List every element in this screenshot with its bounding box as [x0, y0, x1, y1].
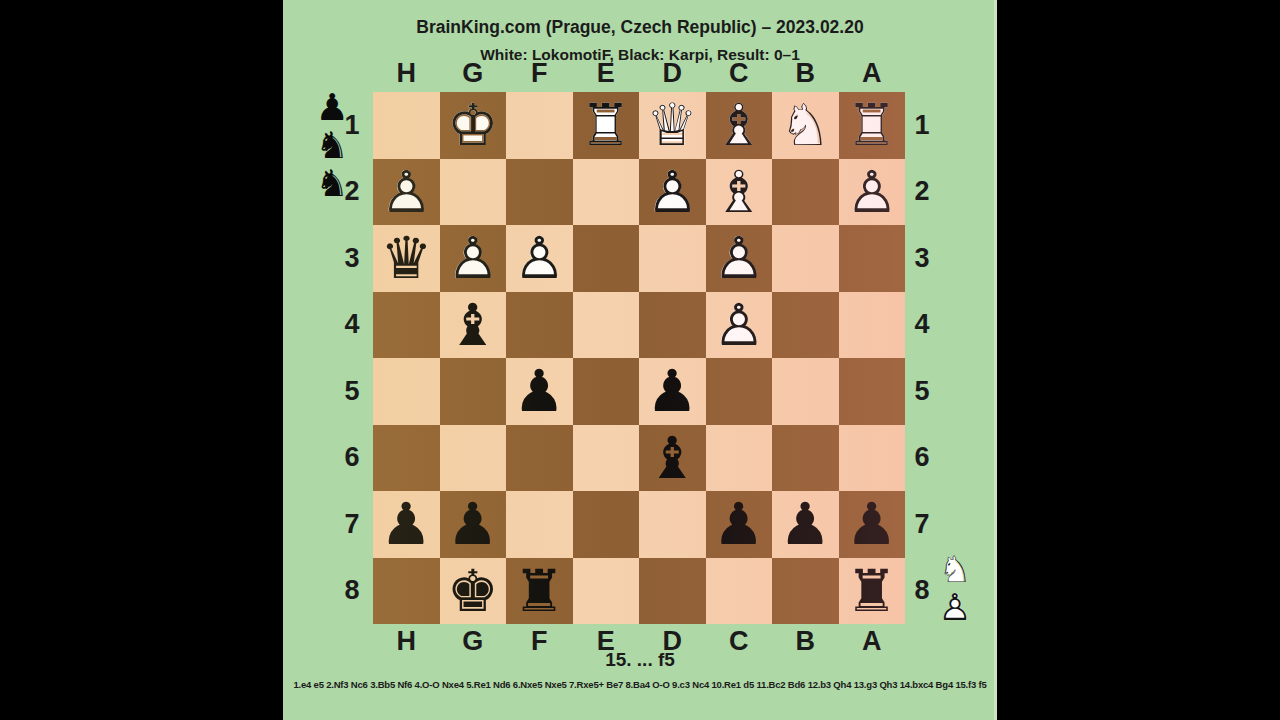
white-rook-piece: ♜♖ [573, 92, 640, 159]
piece-outline-glyph: ♔ [440, 92, 507, 159]
coord-label: C [706, 58, 773, 89]
square-c5[interactable] [706, 358, 773, 425]
square-h6[interactable] [373, 425, 440, 492]
piece-glyph: ♛ [373, 225, 440, 292]
game-view: BrainKing.com (Prague, Czech Republic) –… [283, 0, 997, 720]
white-pawn-piece: ♟♙ [933, 588, 977, 626]
piece-outline-glyph: ♕ [639, 92, 706, 159]
piece-outline-glyph: ♗ [706, 159, 773, 226]
black-knight-piece: ♞ [310, 164, 354, 202]
square-d5[interactable]: ♟ [639, 358, 706, 425]
white-bishop-piece: ♝♗ [706, 159, 773, 226]
black-rook-piece: ♜ [839, 558, 906, 625]
coord-label: 1 [905, 92, 939, 159]
white-bishop-piece: ♝♗ [706, 92, 773, 159]
coord-label: A [839, 58, 906, 89]
square-b1[interactable]: ♞♘ [772, 92, 839, 159]
white-pawn-piece: ♟♙ [706, 225, 773, 292]
square-b4[interactable] [772, 292, 839, 359]
coord-label: H [373, 58, 440, 89]
coord-label: 6 [905, 425, 939, 492]
piece-outline-glyph: ♖ [839, 92, 906, 159]
white-queen-piece: ♛♕ [639, 92, 706, 159]
black-knight-piece: ♞ [310, 126, 354, 164]
square-g6[interactable] [440, 425, 507, 492]
piece-glyph: ♜ [839, 558, 906, 625]
current-move: 15. ... f5 [283, 649, 997, 671]
square-b2[interactable] [772, 159, 839, 226]
square-a7[interactable]: ♟ [839, 491, 906, 558]
square-g5[interactable] [440, 358, 507, 425]
white-pawn-piece: ♟♙ [839, 159, 906, 226]
square-g3[interactable]: ♟♙ [440, 225, 507, 292]
coord-label: 5 [905, 358, 939, 425]
square-f4[interactable] [506, 292, 573, 359]
piece-outline-glyph: ♙ [933, 588, 977, 626]
square-b5[interactable] [772, 358, 839, 425]
coord-label: 2 [905, 159, 939, 226]
square-h4[interactable] [373, 292, 440, 359]
square-h5[interactable] [373, 358, 440, 425]
black-pawn-piece: ♟ [506, 358, 573, 425]
square-e6[interactable] [573, 425, 640, 492]
square-h1[interactable] [373, 92, 440, 159]
coord-label: B [772, 58, 839, 89]
square-a1[interactable]: ♜♖ [839, 92, 906, 159]
square-f1[interactable] [506, 92, 573, 159]
piece-glyph: ♟ [373, 491, 440, 558]
square-a4[interactable] [839, 292, 906, 359]
page-title: BrainKing.com (Prague, Czech Republic) –… [283, 17, 997, 38]
piece-glyph: ♟ [310, 88, 354, 126]
coord-label: 8 [335, 558, 369, 625]
black-rook-piece: ♜ [506, 558, 573, 625]
black-queen-piece: ♛ [373, 225, 440, 292]
square-a3[interactable] [839, 225, 906, 292]
square-d4[interactable] [639, 292, 706, 359]
square-b8[interactable] [772, 558, 839, 625]
piece-outline-glyph: ♙ [706, 292, 773, 359]
square-g7[interactable]: ♟ [440, 491, 507, 558]
white-king-piece: ♚♔ [440, 92, 507, 159]
black-pawn-piece: ♟ [639, 358, 706, 425]
captured-black-pieces-tray: ♟♞♞ [310, 88, 354, 202]
piece-outline-glyph: ♙ [839, 159, 906, 226]
coord-label: G [440, 58, 507, 89]
square-g2[interactable] [440, 159, 507, 226]
square-e5[interactable] [573, 358, 640, 425]
white-rook-piece: ♜♖ [839, 92, 906, 159]
coord-label: E [573, 58, 640, 89]
coord-label: 3 [335, 225, 369, 292]
square-b3[interactable] [772, 225, 839, 292]
black-pawn-piece: ♟ [772, 491, 839, 558]
square-f5[interactable]: ♟ [506, 358, 573, 425]
coord-label: 3 [905, 225, 939, 292]
piece-glyph: ♝ [440, 292, 507, 359]
move-list: 1.e4 e5 2.Nf3 Nc6 3.Bb5 Nf6 4.O-O Nxe4 5… [283, 679, 997, 690]
square-d6[interactable]: ♝ [639, 425, 706, 492]
square-b7[interactable]: ♟ [772, 491, 839, 558]
video-frame: BrainKing.com (Prague, Czech Republic) –… [0, 0, 1280, 720]
white-pawn-piece: ♟♙ [373, 159, 440, 226]
piece-glyph: ♚ [440, 558, 507, 625]
rank-labels-right: 12345678 [905, 92, 939, 624]
piece-glyph: ♟ [706, 491, 773, 558]
square-a6[interactable] [839, 425, 906, 492]
square-g4[interactable]: ♝ [440, 292, 507, 359]
square-e2[interactable] [573, 159, 640, 226]
white-pawn-piece: ♟♙ [706, 292, 773, 359]
piece-outline-glyph: ♖ [573, 92, 640, 159]
white-pawn-piece: ♟♙ [440, 225, 507, 292]
square-e1[interactable]: ♜♖ [573, 92, 640, 159]
square-c6[interactable] [706, 425, 773, 492]
piece-glyph: ♝ [639, 425, 706, 492]
square-h8[interactable] [373, 558, 440, 625]
piece-outline-glyph: ♙ [706, 225, 773, 292]
black-pawn-piece: ♟ [310, 88, 354, 126]
piece-outline-glyph: ♗ [706, 92, 773, 159]
square-h7[interactable]: ♟ [373, 491, 440, 558]
piece-glyph: ♜ [506, 558, 573, 625]
piece-glyph: ♟ [639, 358, 706, 425]
piece-glyph: ♞ [310, 126, 354, 164]
coord-label: F [506, 58, 573, 89]
square-d8[interactable] [639, 558, 706, 625]
square-h3[interactable]: ♛ [373, 225, 440, 292]
coord-label: 7 [335, 491, 369, 558]
white-pawn-piece: ♟♙ [506, 225, 573, 292]
captured-white-pieces-tray: ♞♘♟♙ [933, 550, 977, 626]
piece-outline-glyph: ♙ [639, 159, 706, 226]
square-d2[interactable]: ♟♙ [639, 159, 706, 226]
square-e4[interactable] [573, 292, 640, 359]
piece-glyph: ♟ [772, 491, 839, 558]
black-king-piece: ♚ [440, 558, 507, 625]
piece-glyph: ♞ [310, 164, 354, 202]
square-f3[interactable]: ♟♙ [506, 225, 573, 292]
chess-board: ♚♔♜♖♛♕♝♗♞♘♜♖♟♙♟♙♝♗♟♙♛♟♙♟♙♟♙♝♟♙♟♟♝♟♟♟♟♟♚♜… [373, 92, 905, 624]
coord-label: 7 [905, 491, 939, 558]
square-d7[interactable] [639, 491, 706, 558]
white-knight-piece: ♞♘ [933, 550, 977, 588]
square-g8[interactable]: ♚ [440, 558, 507, 625]
piece-outline-glyph: ♙ [440, 225, 507, 292]
square-g1[interactable]: ♚♔ [440, 92, 507, 159]
square-f8[interactable]: ♜ [506, 558, 573, 625]
square-c2[interactable]: ♝♗ [706, 159, 773, 226]
square-c1[interactable]: ♝♗ [706, 92, 773, 159]
black-pawn-piece: ♟ [839, 491, 906, 558]
square-a2[interactable]: ♟♙ [839, 159, 906, 226]
square-d3[interactable] [639, 225, 706, 292]
square-c7[interactable]: ♟ [706, 491, 773, 558]
piece-outline-glyph: ♘ [772, 92, 839, 159]
square-b6[interactable] [772, 425, 839, 492]
white-knight-piece: ♞♘ [772, 92, 839, 159]
square-e7[interactable] [573, 491, 640, 558]
coord-label: 5 [335, 358, 369, 425]
black-bishop-piece: ♝ [639, 425, 706, 492]
square-f7[interactable] [506, 491, 573, 558]
square-a8[interactable]: ♜ [839, 558, 906, 625]
square-f6[interactable] [506, 425, 573, 492]
piece-outline-glyph: ♙ [373, 159, 440, 226]
black-pawn-piece: ♟ [373, 491, 440, 558]
piece-outline-glyph: ♙ [506, 225, 573, 292]
piece-glyph: ♟ [839, 491, 906, 558]
square-d1[interactable]: ♛♕ [639, 92, 706, 159]
coord-label: 4 [905, 292, 939, 359]
square-c4[interactable]: ♟♙ [706, 292, 773, 359]
white-pawn-piece: ♟♙ [639, 159, 706, 226]
piece-glyph: ♟ [506, 358, 573, 425]
square-e3[interactable] [573, 225, 640, 292]
square-h2[interactable]: ♟♙ [373, 159, 440, 226]
piece-glyph: ♟ [440, 491, 507, 558]
black-bishop-piece: ♝ [440, 292, 507, 359]
square-f2[interactable] [506, 159, 573, 226]
square-a5[interactable] [839, 358, 906, 425]
file-labels-top: HGFEDCBA [373, 58, 905, 88]
square-e8[interactable] [573, 558, 640, 625]
black-pawn-piece: ♟ [706, 491, 773, 558]
piece-outline-glyph: ♘ [933, 550, 977, 588]
coord-label: 6 [335, 425, 369, 492]
square-c8[interactable] [706, 558, 773, 625]
square-c3[interactable]: ♟♙ [706, 225, 773, 292]
coord-label: D [639, 58, 706, 89]
black-pawn-piece: ♟ [440, 491, 507, 558]
coord-label: 4 [335, 292, 369, 359]
